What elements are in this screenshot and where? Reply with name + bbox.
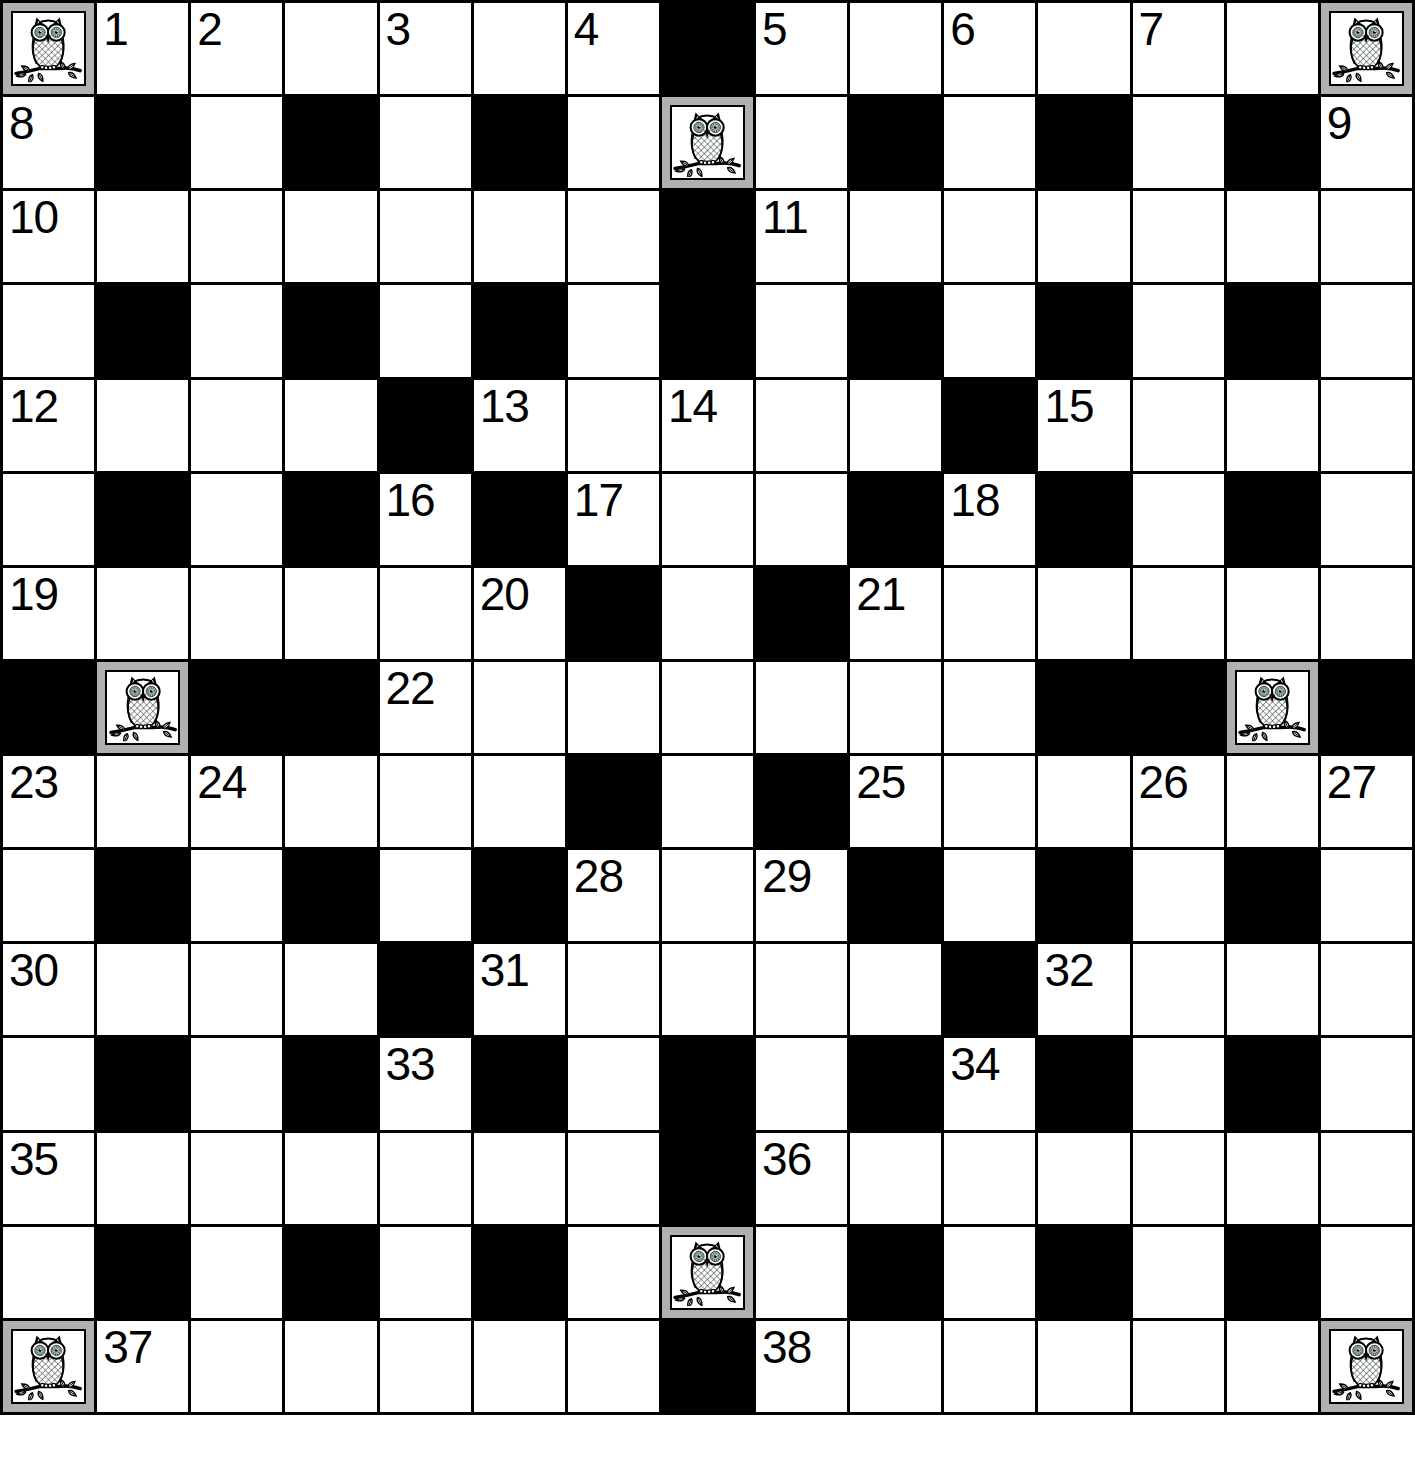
white-cell[interactable] — [944, 191, 1035, 282]
black-cell — [944, 380, 1035, 471]
owl-icon — [14, 1332, 82, 1400]
owl-frame — [670, 1235, 745, 1310]
clue-number: 17 — [574, 475, 623, 527]
white-cell[interactable] — [1321, 1133, 1412, 1224]
black-cell — [1038, 662, 1129, 753]
clue-number: 36 — [762, 1134, 811, 1186]
clue-number: 10 — [9, 192, 58, 244]
white-cell[interactable]: 37 — [97, 1321, 188, 1412]
white-cell[interactable] — [944, 568, 1035, 659]
white-cell[interactable] — [1227, 1321, 1318, 1412]
black-cell — [662, 1133, 753, 1224]
white-cell[interactable] — [285, 1133, 376, 1224]
white-cell[interactable] — [756, 1038, 847, 1129]
white-cell[interactable] — [285, 944, 376, 1035]
white-cell[interactable] — [380, 850, 471, 941]
white-cell[interactable] — [1321, 1227, 1412, 1318]
white-cell[interactable] — [1133, 1321, 1224, 1412]
owl-cell — [3, 1321, 94, 1412]
white-cell[interactable]: 21 — [850, 568, 941, 659]
white-cell[interactable]: 1 — [97, 3, 188, 94]
white-cell[interactable]: 32 — [1038, 944, 1129, 1035]
black-cell — [285, 1227, 376, 1318]
black-cell — [285, 285, 376, 376]
white-cell[interactable] — [568, 380, 659, 471]
crossword-grid: 1234567891011121314151617181920212223242… — [0, 0, 1415, 1415]
white-cell[interactable]: 19 — [3, 568, 94, 659]
clue-number: 1 — [103, 4, 128, 56]
white-cell[interactable] — [380, 1321, 471, 1412]
black-cell — [97, 285, 188, 376]
owl-icon — [109, 673, 177, 741]
black-cell — [662, 1038, 753, 1129]
white-cell[interactable]: 36 — [756, 1133, 847, 1224]
white-cell[interactable] — [1227, 568, 1318, 659]
white-cell[interactable] — [285, 380, 376, 471]
white-cell[interactable] — [97, 380, 188, 471]
clue-number: 4 — [574, 4, 599, 56]
white-cell[interactable]: 18 — [944, 474, 1035, 565]
white-cell[interactable] — [380, 191, 471, 282]
white-cell[interactable] — [568, 1038, 659, 1129]
white-cell[interactable] — [97, 568, 188, 659]
owl-frame — [1329, 11, 1404, 86]
white-cell[interactable] — [1038, 191, 1129, 282]
black-cell — [662, 1321, 753, 1412]
white-cell[interactable] — [944, 850, 1035, 941]
white-cell[interactable]: 7 — [1133, 3, 1224, 94]
clue-number: 15 — [1044, 381, 1093, 433]
white-cell[interactable] — [3, 1038, 94, 1129]
black-cell — [1038, 1227, 1129, 1318]
black-cell — [568, 568, 659, 659]
black-cell — [1227, 474, 1318, 565]
clue-number: 26 — [1139, 757, 1188, 809]
white-cell[interactable] — [756, 944, 847, 1035]
clue-number: 13 — [480, 381, 529, 433]
clue-number: 24 — [197, 757, 246, 809]
white-cell[interactable] — [944, 97, 1035, 188]
white-cell[interactable] — [568, 97, 659, 188]
clue-number: 9 — [1327, 98, 1352, 150]
white-cell[interactable] — [1038, 1133, 1129, 1224]
white-cell[interactable] — [1227, 1133, 1318, 1224]
black-cell — [3, 662, 94, 753]
owl-cell — [1321, 1321, 1412, 1412]
clue-number: 8 — [9, 98, 34, 150]
white-cell[interactable] — [756, 380, 847, 471]
white-cell[interactable] — [944, 1133, 1035, 1224]
white-cell[interactable]: 2 — [191, 3, 282, 94]
black-cell — [380, 944, 471, 1035]
black-cell — [285, 97, 376, 188]
owl-cell — [662, 97, 753, 188]
white-cell[interactable]: 12 — [3, 380, 94, 471]
black-cell — [380, 380, 471, 471]
white-cell[interactable] — [1133, 1038, 1224, 1129]
white-cell[interactable] — [1321, 568, 1412, 659]
white-cell[interactable] — [191, 1133, 282, 1224]
white-cell[interactable] — [191, 1038, 282, 1129]
white-cell[interactable] — [850, 380, 941, 471]
white-cell[interactable]: 34 — [944, 1038, 1035, 1129]
black-cell — [97, 1038, 188, 1129]
black-cell — [1038, 285, 1129, 376]
white-cell[interactable] — [380, 97, 471, 188]
clue-number: 38 — [762, 1322, 811, 1374]
black-cell — [1038, 474, 1129, 565]
white-cell[interactable]: 28 — [568, 850, 659, 941]
owl-cell — [3, 3, 94, 94]
white-cell[interactable]: 24 — [191, 756, 282, 847]
clue-number: 11 — [762, 192, 808, 244]
owl-frame — [11, 11, 86, 86]
white-cell[interactable] — [285, 1321, 376, 1412]
white-cell[interactable] — [756, 1227, 847, 1318]
white-cell[interactable] — [850, 1133, 941, 1224]
white-cell[interactable] — [97, 1133, 188, 1224]
clue-number: 22 — [386, 663, 435, 715]
owl-icon — [1332, 1332, 1400, 1400]
black-cell — [1133, 662, 1224, 753]
white-cell[interactable]: 29 — [756, 850, 847, 941]
white-cell[interactable] — [285, 3, 376, 94]
white-cell[interactable] — [1321, 944, 1412, 1035]
clue-number: 35 — [9, 1134, 58, 1186]
white-cell[interactable] — [380, 1227, 471, 1318]
clue-number: 5 — [762, 4, 787, 56]
clue-number: 21 — [856, 569, 905, 621]
white-cell[interactable] — [662, 756, 753, 847]
white-cell[interactable] — [191, 474, 282, 565]
white-cell[interactable] — [97, 191, 188, 282]
white-cell[interactable] — [1321, 285, 1412, 376]
white-cell[interactable] — [756, 285, 847, 376]
white-cell[interactable] — [662, 850, 753, 941]
clue-number: 18 — [950, 475, 999, 527]
white-cell[interactable]: 23 — [3, 756, 94, 847]
owl-icon — [1332, 14, 1400, 82]
white-cell[interactable] — [1038, 1321, 1129, 1412]
white-cell[interactable] — [568, 285, 659, 376]
white-cell[interactable] — [1038, 3, 1129, 94]
white-cell[interactable] — [380, 1133, 471, 1224]
white-cell[interactable] — [285, 191, 376, 282]
white-cell[interactable] — [568, 191, 659, 282]
white-cell[interactable] — [191, 285, 282, 376]
black-cell — [662, 3, 753, 94]
white-cell[interactable]: 13 — [474, 380, 565, 471]
black-cell — [1227, 285, 1318, 376]
black-cell — [474, 1227, 565, 1318]
black-cell — [1038, 850, 1129, 941]
clue-number: 23 — [9, 757, 58, 809]
white-cell[interactable]: 30 — [3, 944, 94, 1035]
black-cell — [1227, 97, 1318, 188]
black-cell — [850, 97, 941, 188]
white-cell[interactable] — [568, 1133, 659, 1224]
black-cell — [97, 850, 188, 941]
clue-number: 27 — [1327, 757, 1376, 809]
white-cell[interactable] — [285, 756, 376, 847]
white-cell[interactable] — [1227, 944, 1318, 1035]
white-cell[interactable] — [1321, 474, 1412, 565]
white-cell[interactable]: 25 — [850, 756, 941, 847]
white-cell[interactable] — [756, 97, 847, 188]
white-cell[interactable] — [191, 380, 282, 471]
black-cell — [1321, 662, 1412, 753]
owl-frame — [11, 1329, 86, 1404]
clue-number: 14 — [668, 381, 717, 433]
white-cell[interactable] — [1321, 191, 1412, 282]
owl-frame — [670, 105, 745, 180]
owl-cell — [97, 662, 188, 753]
clue-number: 20 — [480, 569, 529, 621]
black-cell — [850, 1227, 941, 1318]
white-cell[interactable] — [850, 662, 941, 753]
white-cell[interactable] — [1133, 97, 1224, 188]
white-cell[interactable] — [1227, 756, 1318, 847]
black-cell — [1038, 1038, 1129, 1129]
white-cell[interactable] — [568, 662, 659, 753]
white-cell[interactable]: 14 — [662, 380, 753, 471]
black-cell — [568, 756, 659, 847]
white-cell[interactable] — [191, 568, 282, 659]
clue-number: 25 — [856, 757, 905, 809]
white-cell[interactable]: 33 — [380, 1038, 471, 1129]
white-cell[interactable] — [1038, 756, 1129, 847]
black-cell — [191, 662, 282, 753]
white-cell[interactable]: 27 — [1321, 756, 1412, 847]
white-cell[interactable]: 17 — [568, 474, 659, 565]
white-cell[interactable] — [474, 191, 565, 282]
white-cell[interactable] — [568, 944, 659, 1035]
black-cell — [474, 1038, 565, 1129]
black-cell — [756, 756, 847, 847]
white-cell[interactable] — [1133, 474, 1224, 565]
white-cell[interactable] — [380, 756, 471, 847]
white-cell[interactable] — [3, 474, 94, 565]
clue-number: 37 — [103, 1322, 152, 1374]
white-cell[interactable] — [1133, 285, 1224, 376]
black-cell — [474, 474, 565, 565]
white-cell[interactable] — [1133, 1133, 1224, 1224]
black-cell — [285, 1038, 376, 1129]
clue-number: 30 — [9, 945, 58, 997]
black-cell — [850, 1038, 941, 1129]
black-cell — [1227, 850, 1318, 941]
white-cell[interactable] — [944, 285, 1035, 376]
white-cell[interactable]: 10 — [3, 191, 94, 282]
black-cell — [285, 662, 376, 753]
white-cell[interactable] — [662, 474, 753, 565]
black-cell — [285, 474, 376, 565]
white-cell[interactable] — [568, 1227, 659, 1318]
white-cell[interactable]: 9 — [1321, 97, 1412, 188]
white-cell[interactable] — [850, 1321, 941, 1412]
white-cell[interactable]: 22 — [380, 662, 471, 753]
white-cell[interactable] — [662, 662, 753, 753]
white-cell[interactable] — [944, 1321, 1035, 1412]
white-cell[interactable] — [1321, 380, 1412, 471]
white-cell[interactable] — [1321, 850, 1412, 941]
white-cell[interactable] — [474, 1133, 565, 1224]
white-cell[interactable] — [191, 1227, 282, 1318]
white-cell[interactable] — [3, 285, 94, 376]
white-cell[interactable] — [380, 285, 471, 376]
white-cell[interactable] — [568, 1321, 659, 1412]
owl-frame — [1235, 670, 1310, 745]
white-cell[interactable]: 8 — [3, 97, 94, 188]
owl-frame — [105, 670, 180, 745]
white-cell[interactable]: 15 — [1038, 380, 1129, 471]
white-cell[interactable]: 16 — [380, 474, 471, 565]
clue-number: 33 — [386, 1039, 435, 1091]
white-cell[interactable] — [474, 756, 565, 847]
white-cell[interactable]: 31 — [474, 944, 565, 1035]
white-cell[interactable]: 11 — [756, 191, 847, 282]
owl-cell — [1227, 662, 1318, 753]
white-cell[interactable]: 38 — [756, 1321, 847, 1412]
black-cell — [474, 97, 565, 188]
owl-frame — [1329, 1329, 1404, 1404]
white-cell[interactable] — [191, 191, 282, 282]
clue-number: 31 — [480, 945, 529, 997]
black-cell — [1038, 97, 1129, 188]
owl-icon — [14, 14, 82, 82]
clue-number: 2 — [197, 4, 222, 56]
white-cell[interactable] — [944, 756, 1035, 847]
clue-number: 19 — [9, 569, 58, 621]
black-cell — [97, 1227, 188, 1318]
black-cell — [97, 474, 188, 565]
white-cell[interactable] — [1227, 191, 1318, 282]
white-cell[interactable]: 5 — [756, 3, 847, 94]
white-cell[interactable]: 26 — [1133, 756, 1224, 847]
black-cell — [1227, 1038, 1318, 1129]
white-cell[interactable] — [474, 1321, 565, 1412]
clue-number: 32 — [1044, 945, 1093, 997]
white-cell[interactable]: 35 — [3, 1133, 94, 1224]
white-cell[interactable] — [756, 474, 847, 565]
white-cell[interactable]: 4 — [568, 3, 659, 94]
white-cell[interactable] — [662, 568, 753, 659]
black-cell — [474, 285, 565, 376]
white-cell[interactable] — [474, 3, 565, 94]
white-cell[interactable] — [1227, 3, 1318, 94]
owl-icon — [673, 1238, 741, 1306]
white-cell[interactable] — [1227, 380, 1318, 471]
white-cell[interactable] — [850, 191, 941, 282]
white-cell[interactable] — [944, 662, 1035, 753]
white-cell[interactable]: 6 — [944, 3, 1035, 94]
black-cell — [850, 285, 941, 376]
white-cell[interactable] — [97, 944, 188, 1035]
black-cell — [1227, 1227, 1318, 1318]
black-cell — [850, 474, 941, 565]
clue-number: 29 — [762, 851, 811, 903]
black-cell — [944, 944, 1035, 1035]
white-cell[interactable] — [474, 662, 565, 753]
black-cell — [97, 97, 188, 188]
clue-number: 28 — [574, 851, 623, 903]
white-cell[interactable] — [944, 1227, 1035, 1318]
clue-number: 34 — [950, 1039, 999, 1091]
white-cell[interactable] — [850, 944, 941, 1035]
owl-cell — [662, 1227, 753, 1318]
white-cell[interactable]: 3 — [380, 3, 471, 94]
white-cell[interactable] — [191, 944, 282, 1035]
black-cell — [850, 850, 941, 941]
white-cell[interactable] — [97, 756, 188, 847]
white-cell[interactable] — [1321, 1038, 1412, 1129]
white-cell[interactable] — [1038, 568, 1129, 659]
white-cell[interactable] — [285, 568, 376, 659]
white-cell[interactable] — [3, 850, 94, 941]
white-cell[interactable] — [1133, 380, 1224, 471]
white-cell[interactable] — [380, 568, 471, 659]
white-cell[interactable] — [662, 944, 753, 1035]
white-cell[interactable] — [1133, 850, 1224, 941]
white-cell[interactable] — [191, 97, 282, 188]
white-cell[interactable]: 20 — [474, 568, 565, 659]
owl-cell — [1321, 3, 1412, 94]
white-cell[interactable] — [1133, 568, 1224, 659]
clue-number: 12 — [9, 381, 58, 433]
white-cell[interactable] — [756, 662, 847, 753]
white-cell[interactable] — [191, 850, 282, 941]
white-cell[interactable] — [191, 1321, 282, 1412]
white-cell[interactable] — [1133, 1227, 1224, 1318]
black-cell — [662, 191, 753, 282]
black-cell — [662, 285, 753, 376]
clue-number: 7 — [1139, 4, 1164, 56]
white-cell[interactable] — [850, 3, 941, 94]
black-cell — [756, 568, 847, 659]
black-cell — [474, 850, 565, 941]
black-cell — [285, 850, 376, 941]
white-cell[interactable] — [1133, 191, 1224, 282]
owl-icon — [673, 109, 741, 177]
clue-number: 3 — [386, 4, 411, 56]
clue-number: 6 — [950, 4, 975, 56]
white-cell[interactable] — [1133, 944, 1224, 1035]
white-cell[interactable] — [3, 1227, 94, 1318]
owl-icon — [1238, 673, 1306, 741]
clue-number: 16 — [386, 475, 435, 527]
